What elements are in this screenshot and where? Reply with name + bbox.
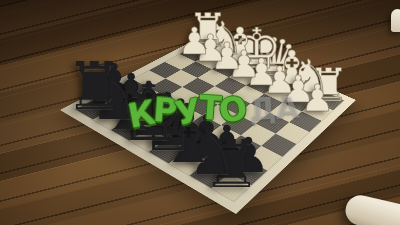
piece-white-pawn[interactable]: ♟ (178, 23, 211, 60)
photo-scene: ♜♞♝♛♚♝♞♜♟♟♟♟♟♟♟♟♟♟♟♟♟♟♟♟♜♞♝♛♚♝♞♜ КРУТО Д… (0, 0, 400, 225)
piece-black-rook[interactable]: ♜ (65, 54, 124, 120)
offboard-white-piece (391, 9, 400, 32)
pieces-layer: ♜♞♝♛♚♝♞♜♟♟♟♟♟♟♟♟♟♟♟♟♟♟♟♟♜♞♝♛♚♝♞♜ (0, 0, 400, 225)
